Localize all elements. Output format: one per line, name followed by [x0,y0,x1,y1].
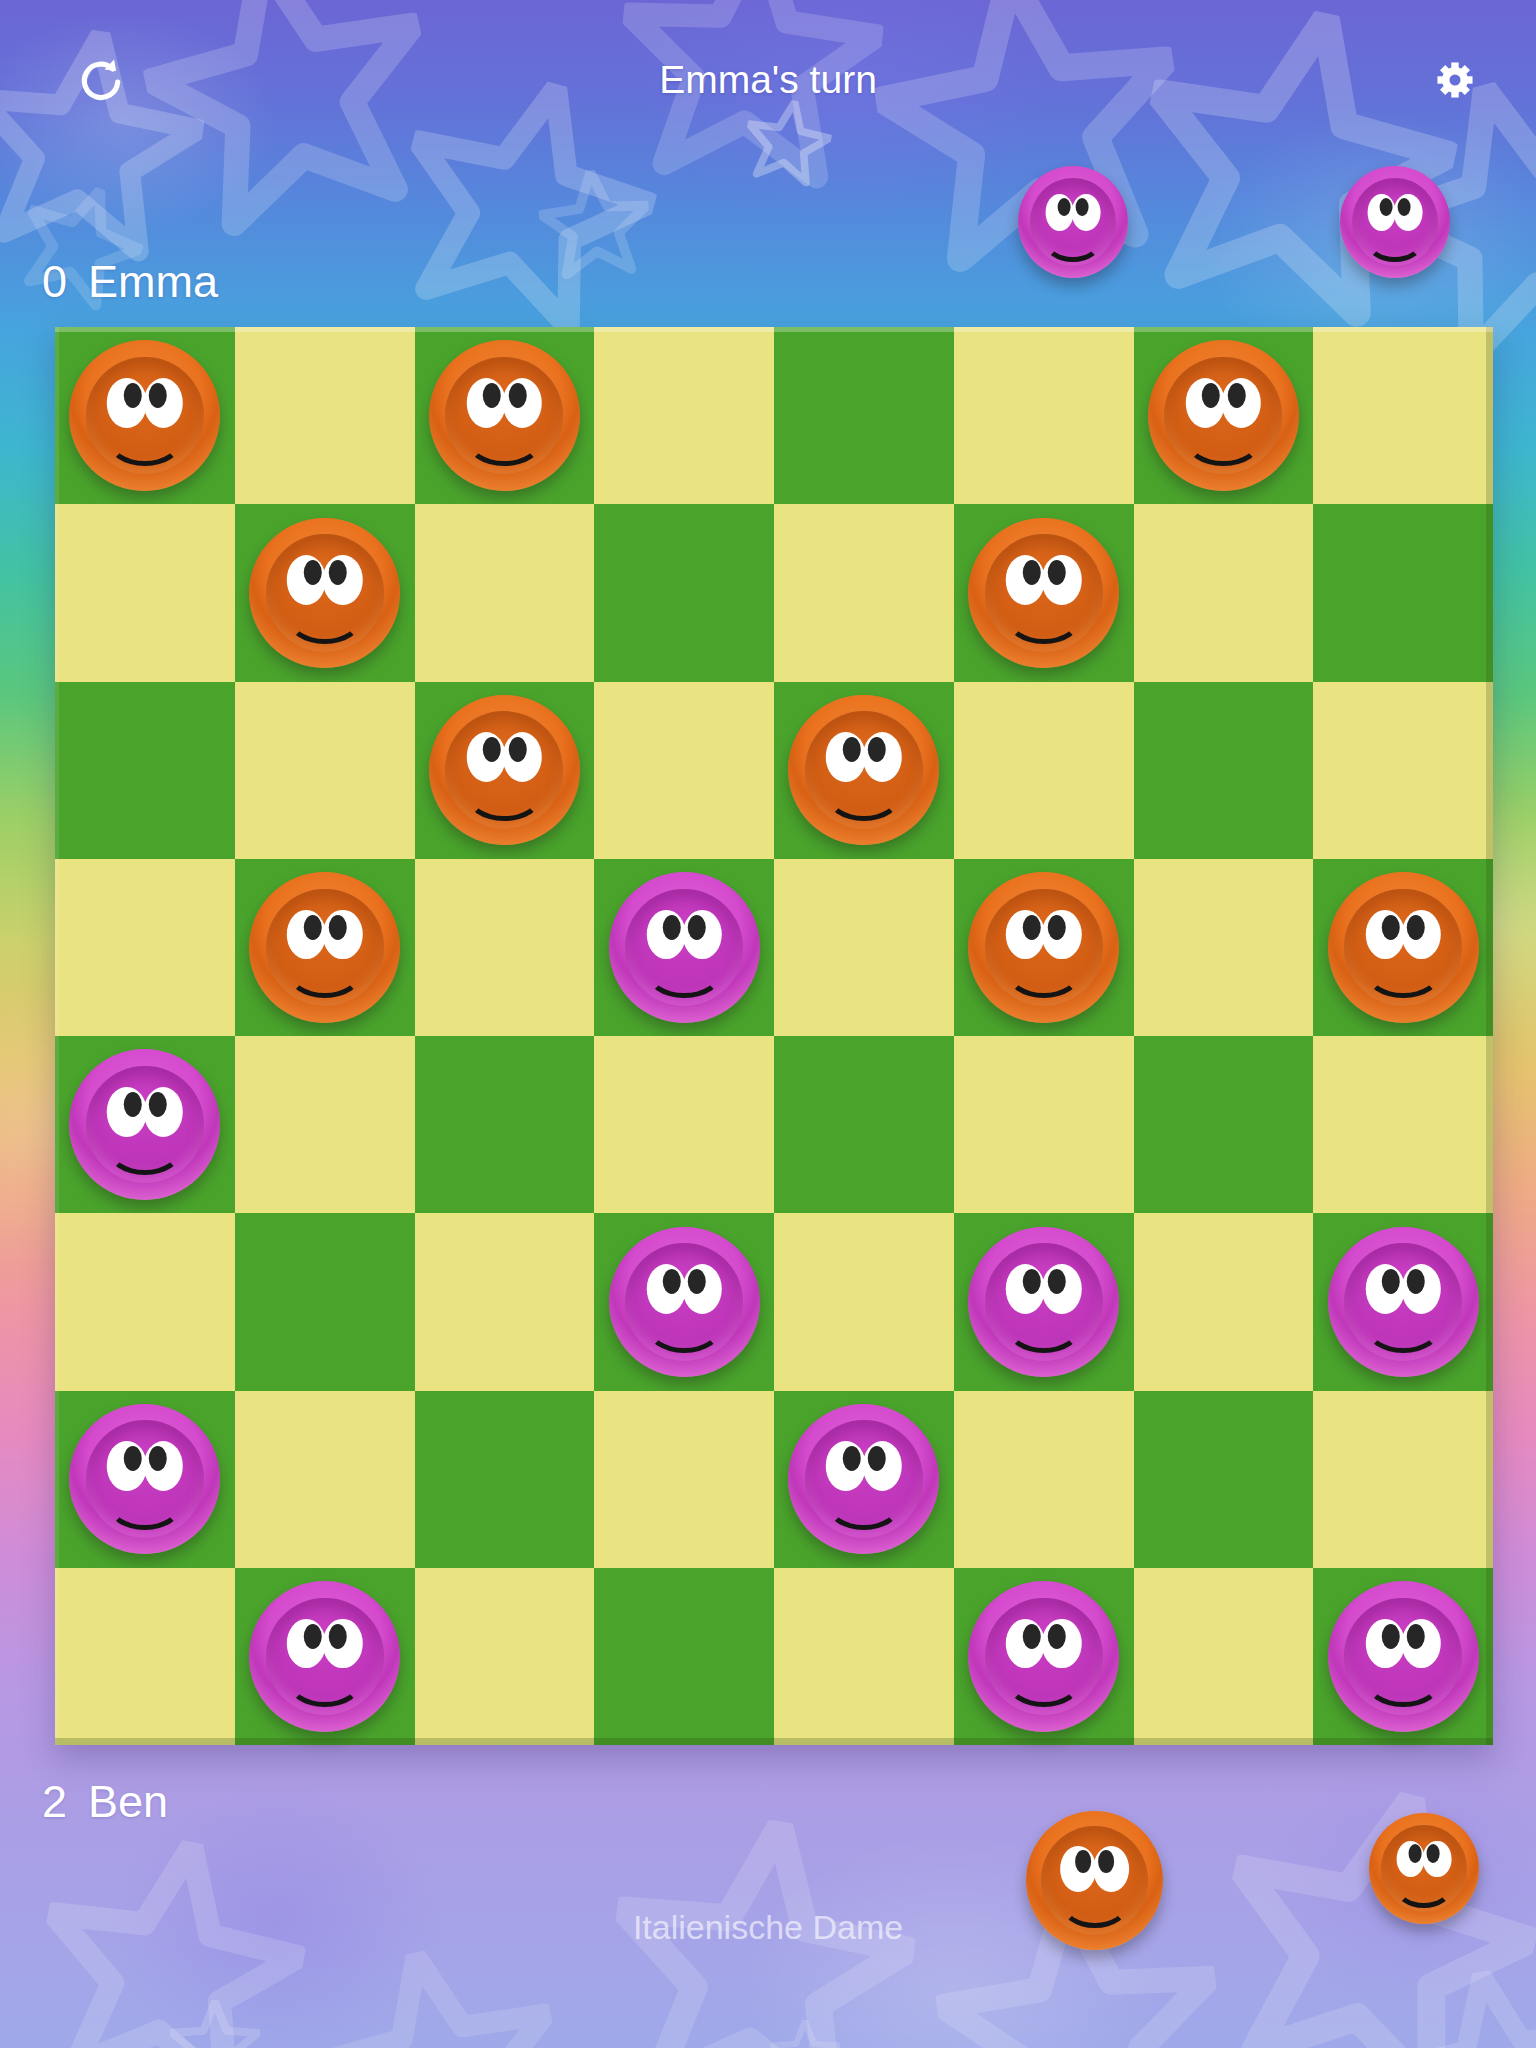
piece-pupil [843,1446,861,1471]
square-c6[interactable] [415,682,595,859]
checker-piece-orange[interactable] [249,872,400,1023]
piece-pupil [1076,198,1089,216]
emma-name: Emma [88,256,218,307]
refresh-icon [76,54,126,106]
square-a4[interactable] [55,1036,235,1213]
checker-piece-orange[interactable] [1148,340,1299,491]
square-e3 [774,1213,954,1390]
square-e7 [774,504,954,681]
square-b3[interactable] [235,1213,415,1390]
square-c5 [415,859,595,1036]
piece-smile [1044,221,1102,262]
square-b1[interactable] [235,1568,415,1745]
piece-eye [1093,1846,1129,1892]
piece-smile [826,1478,902,1530]
square-a3 [55,1213,235,1390]
piece-smile [286,591,362,643]
star-outline-decoration [170,2000,260,2048]
piece-pupil [663,1269,681,1294]
square-b2 [235,1391,415,1568]
square-h4 [1313,1036,1493,1213]
square-g1 [1134,1568,1314,1745]
square-f3[interactable] [954,1213,1134,1390]
piece-eye [1060,1846,1096,1892]
square-a8[interactable] [55,327,235,504]
piece-pupil [1048,560,1066,585]
square-c7 [415,504,595,681]
piece-pupil [303,915,321,940]
square-c8[interactable] [415,327,595,504]
piece-pupil [1022,915,1040,940]
checker-piece-magenta [1018,166,1128,278]
piece-pupil [1022,560,1040,585]
score-emma: 0Emma [42,256,218,308]
checker-piece-magenta[interactable] [609,872,760,1023]
square-a1 [55,1568,235,1745]
square-b5[interactable] [235,859,415,1036]
piece-eye [1368,194,1397,231]
piece-smile [1366,221,1424,262]
star-outline-decoration [124,0,456,256]
piece-smile [1365,946,1441,998]
piece-eye [1423,1841,1452,1878]
piece-pupil [1398,198,1411,216]
piece-pupil [124,383,142,408]
piece-pupil [1098,1850,1114,1873]
square-g5 [1134,859,1314,1036]
square-h3[interactable] [1313,1213,1493,1390]
piece-smile [1365,1300,1441,1352]
square-b4 [235,1036,415,1213]
piece-eye [1394,194,1423,231]
piece-smile [1005,591,1081,643]
piece-eye [1397,1841,1426,1878]
square-a6[interactable] [55,682,235,859]
piece-pupil [1427,1844,1440,1862]
piece-pupil [149,383,167,408]
piece-pupil [483,383,501,408]
piece-pupil [663,915,681,940]
piece-pupil [508,737,526,762]
star-outline-decoration [861,0,1200,289]
board [55,327,1493,1745]
settings-button[interactable] [1431,56,1479,104]
score-ben: 2Ben [42,1776,168,1828]
emma-captured-count: 0 [42,256,68,308]
piece-eyes [1369,194,1422,231]
checker-piece-orange[interactable] [429,695,580,846]
checker-piece-magenta[interactable] [968,1227,1119,1378]
piece-pupil [1227,383,1245,408]
checker-piece-orange[interactable] [1328,872,1479,1023]
piece-smile [646,946,722,998]
piece-pupil [149,1092,167,1117]
piece-pupil [1048,1269,1066,1294]
piece-smile [1365,1655,1441,1707]
square-b6 [235,682,415,859]
piece-eye [1046,194,1075,231]
piece-pupil [1202,383,1220,408]
piece-smile [286,1655,362,1707]
piece-pupil [1409,1844,1422,1862]
checker-piece-magenta[interactable] [609,1227,760,1378]
piece-pupil [688,1269,706,1294]
checker-piece-magenta[interactable] [69,1049,220,1200]
square-g8[interactable] [1134,327,1314,504]
square-g3 [1134,1213,1314,1390]
square-c2[interactable] [415,1391,595,1568]
piece-pupil [329,1624,347,1649]
checker-piece-orange[interactable] [249,518,400,669]
star-outline-decoration [1187,1757,1536,2048]
square-d3[interactable] [594,1213,774,1390]
square-b8 [235,327,415,504]
checker-piece-orange[interactable] [968,518,1119,669]
square-e6[interactable] [774,682,954,859]
piece-eyes [1398,1841,1451,1878]
ben-captured-count: 2 [42,1776,68,1828]
square-h2 [1313,1391,1493,1568]
square-e1 [774,1568,954,1745]
piece-pupil [508,383,526,408]
piece-pupil [843,737,861,762]
checker-piece-magenta[interactable] [968,1581,1119,1732]
square-f2 [954,1391,1134,1568]
piece-pupil [1048,1624,1066,1649]
piece-eyes [1062,1846,1128,1892]
piece-pupil [1022,1269,1040,1294]
piece-pupil [303,1624,321,1649]
star-outline-decoration [770,2020,840,2048]
checker-piece-orange[interactable] [968,872,1119,1023]
piece-smile [1005,946,1081,998]
piece-smile [107,414,183,466]
gear-icon [1431,56,1479,104]
square-g2[interactable] [1134,1391,1314,1568]
square-b7[interactable] [235,504,415,681]
piece-pupil [124,1092,142,1117]
square-h8 [1313,327,1493,504]
checker-piece-magenta[interactable] [249,1581,400,1732]
piece-pupil [1407,1624,1425,1649]
square-h7[interactable] [1313,504,1493,681]
refresh-button[interactable] [76,54,126,106]
piece-smile [466,769,542,821]
checker-piece-magenta [1340,166,1450,278]
app-title: Italienische Dame [0,1908,1536,1947]
square-f1[interactable] [954,1568,1134,1745]
square-c3 [415,1213,595,1390]
piece-pupil [483,737,501,762]
square-g7 [1134,504,1314,681]
piece-pupil [124,1446,142,1471]
turn-status-label: Emma's turn [0,58,1536,102]
checker-piece-magenta[interactable] [1328,1227,1479,1378]
square-d2 [594,1391,774,1568]
piece-pupil [868,737,886,762]
square-d6 [594,682,774,859]
piece-smile [286,946,362,998]
piece-eyes [1047,194,1100,231]
top-bar: Emma's turn [0,48,1536,112]
square-d7[interactable] [594,504,774,681]
square-f5[interactable] [954,859,1134,1036]
square-e4[interactable] [774,1036,954,1213]
square-e2[interactable] [774,1391,954,1568]
piece-pupil [329,560,347,585]
piece-pupil [1382,1624,1400,1649]
square-f7[interactable] [954,504,1134,681]
square-c4[interactable] [415,1036,595,1213]
piece-pupil [1407,915,1425,940]
square-d5[interactable] [594,859,774,1036]
square-d4 [594,1036,774,1213]
ben-name: Ben [88,1776,168,1827]
piece-pupil [149,1446,167,1471]
square-g6[interactable] [1134,682,1314,859]
square-d1[interactable] [594,1568,774,1745]
square-c1 [415,1568,595,1745]
piece-pupil [1382,915,1400,940]
piece-smile [1395,1867,1453,1908]
piece-pupil [1075,1850,1091,1873]
square-d8 [594,327,774,504]
square-h6 [1313,682,1493,859]
checker-piece-orange[interactable] [788,695,939,846]
square-f8 [954,327,1134,504]
piece-pupil [329,915,347,940]
square-e8[interactable] [774,327,954,504]
piece-pupil [688,915,706,940]
piece-pupil [1382,1269,1400,1294]
piece-smile [466,414,542,466]
square-g4[interactable] [1134,1036,1314,1213]
piece-smile [646,1300,722,1352]
piece-smile [107,1123,183,1175]
piece-smile [107,1478,183,1530]
checker-piece-orange[interactable] [69,340,220,491]
piece-smile [826,769,902,821]
piece-pupil [1058,198,1071,216]
square-h1[interactable] [1313,1568,1493,1745]
piece-pupil [1022,1624,1040,1649]
star-outline-decoration [535,165,654,284]
checker-piece-magenta[interactable] [1328,1581,1479,1732]
piece-eye [1072,194,1101,231]
piece-smile [1005,1655,1081,1707]
piece-pupil [303,560,321,585]
square-f6 [954,682,1134,859]
piece-smile [1185,414,1261,466]
square-e5 [774,859,954,1036]
piece-pupil [868,1446,886,1471]
square-a7 [55,504,235,681]
checker-piece-magenta[interactable] [788,1404,939,1555]
square-h5[interactable] [1313,859,1493,1036]
star-outline-decoration [1373,1953,1536,2048]
square-a2[interactable] [55,1391,235,1568]
checker-piece-magenta[interactable] [69,1404,220,1555]
piece-pupil [1380,198,1393,216]
piece-pupil [1048,915,1066,940]
piece-pupil [1407,1269,1425,1294]
square-a5 [55,859,235,1036]
checker-piece-orange[interactable] [429,340,580,491]
star-outline-decoration [926,1876,1234,2048]
square-f4 [954,1036,1134,1213]
piece-smile [1005,1300,1081,1352]
